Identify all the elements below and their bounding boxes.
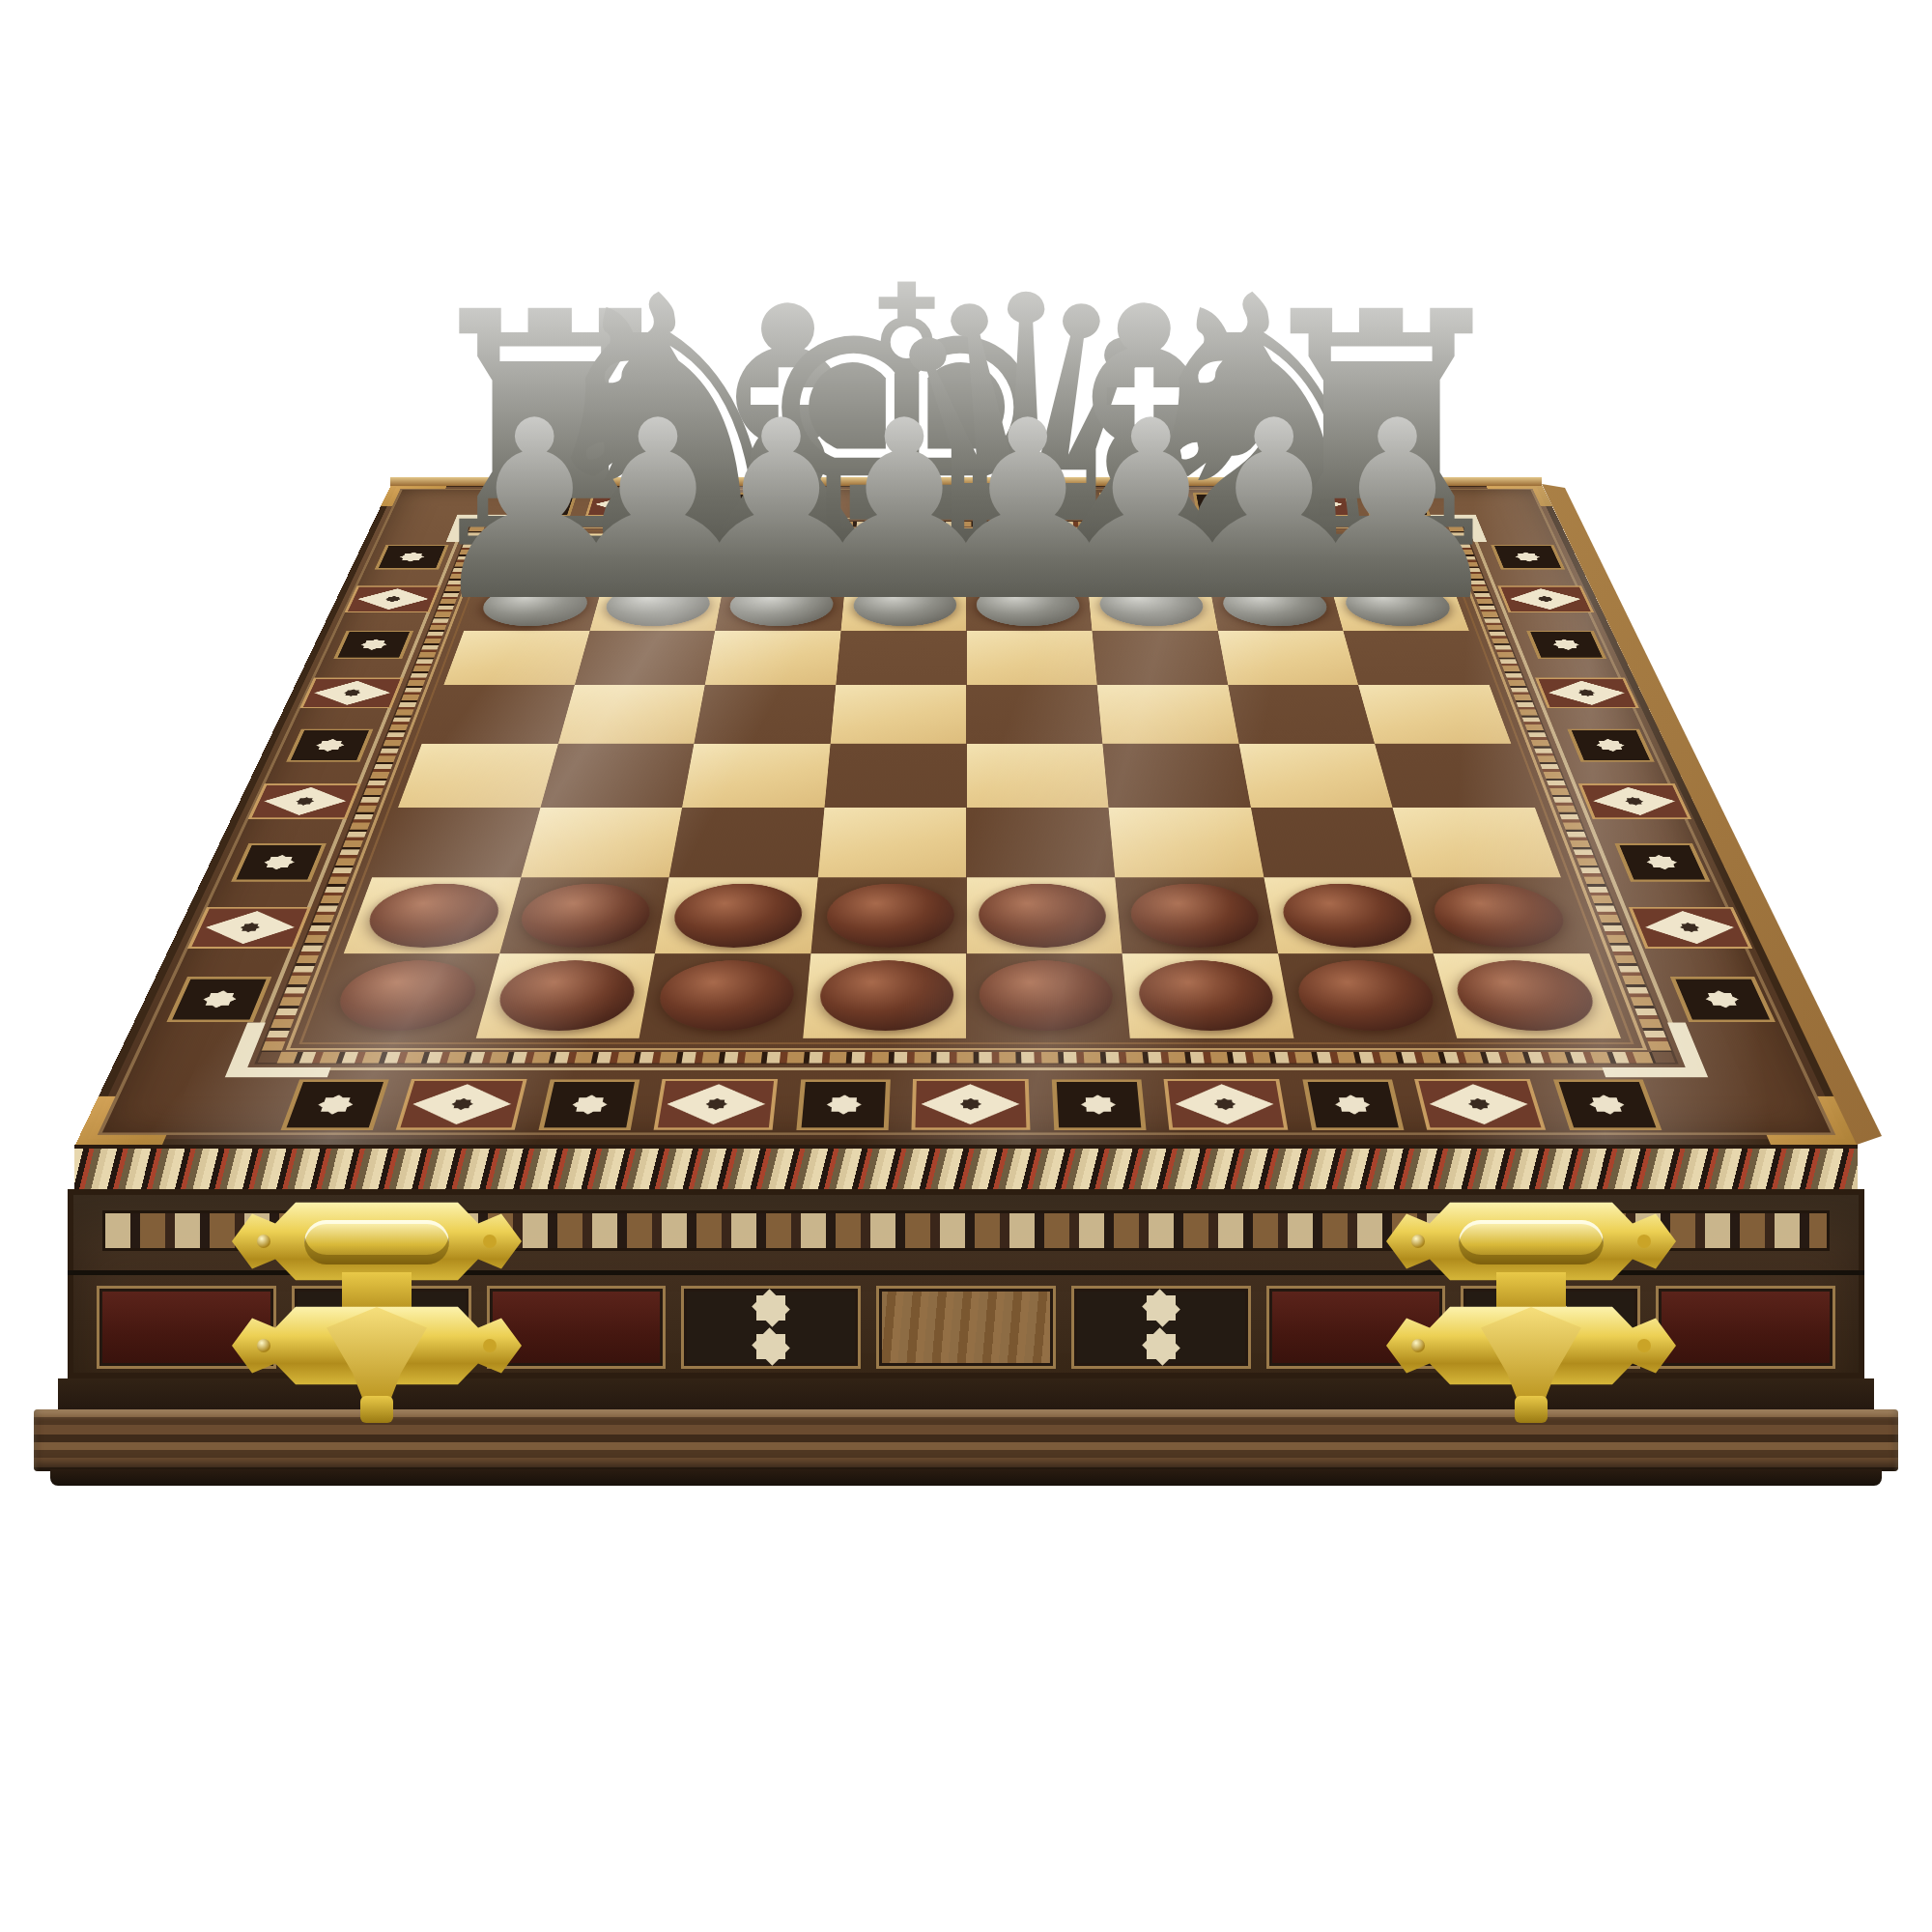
front-panel-burgundy [1656, 1286, 1835, 1369]
star-square-inlay [280, 1079, 388, 1130]
front-panel-star [681, 1286, 861, 1369]
diamond-star-inlay [395, 1079, 526, 1130]
star-square-inlay [1552, 1079, 1661, 1130]
product-photo-stage: ♜♞♝♚♛♝♞♜♟♟♟♟♟♟♟♟♟♟♟♟♟♟♟♟♜♞♝♚♛♝♞♜ [0, 0, 1932, 1932]
front-panel-star [1071, 1286, 1251, 1369]
latch-bail-handle [1459, 1220, 1604, 1264]
diamond-star-inlay [1413, 1079, 1545, 1130]
brass-latch-right [1386, 1201, 1676, 1425]
latch-keeper [1515, 1396, 1548, 1423]
latch-keeper [360, 1396, 393, 1423]
brass-latch-left [232, 1201, 522, 1425]
star-square-inlay [1302, 1079, 1404, 1130]
diamond-star-inlay [1163, 1079, 1288, 1130]
piece-copper-rook-h1[interactable]: ♜ [1329, 609, 1719, 1044]
star-square-inlay [538, 1079, 639, 1130]
front-panel-oak [876, 1286, 1056, 1369]
base-foot [50, 1469, 1882, 1486]
latch-bail-handle [304, 1220, 449, 1264]
